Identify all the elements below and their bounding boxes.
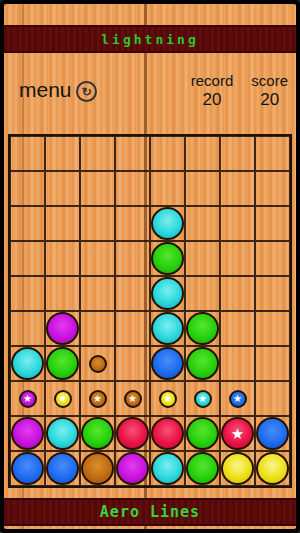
board-cell-r8c4[interactable] xyxy=(150,416,185,451)
board-cell-r5c1[interactable] xyxy=(45,311,80,346)
green-ball[interactable] xyxy=(186,347,219,380)
board-cell-r8c0[interactable] xyxy=(10,416,45,451)
board-cell-r3c4[interactable] xyxy=(150,241,185,276)
board-cell-r5c3[interactable] xyxy=(115,311,150,346)
board-cell-r6c5[interactable] xyxy=(185,346,220,381)
star-icon: ★ xyxy=(23,394,32,404)
cyan-ball-small-star[interactable]: ★ xyxy=(194,390,212,408)
green-ball[interactable] xyxy=(186,312,219,345)
board-cell-r8c5[interactable] xyxy=(185,416,220,451)
restart-icon[interactable]: ↻ xyxy=(76,81,97,102)
board-cell-r5c7[interactable] xyxy=(255,311,290,346)
yellow-ball-small-star[interactable]: ★ xyxy=(54,390,72,408)
board-cell-r6c0[interactable] xyxy=(10,346,45,381)
yellow-ball-small-star[interactable]: ★ xyxy=(159,390,177,408)
green-ball[interactable] xyxy=(186,417,219,450)
star-icon: ★ xyxy=(163,394,172,404)
green-ball[interactable] xyxy=(46,347,79,380)
board-cell-r7c5[interactable]: ★ xyxy=(185,381,220,416)
magenta-ball-small-star[interactable]: ★ xyxy=(19,390,37,408)
board-cell-r0c0[interactable] xyxy=(10,136,45,171)
board-cell-r1c5[interactable] xyxy=(185,171,220,206)
board-cell-r1c2[interactable] xyxy=(80,171,115,206)
board-cell-r8c1[interactable] xyxy=(45,416,80,451)
board-cell-r4c5[interactable] xyxy=(185,276,220,311)
star-icon: ★ xyxy=(198,394,207,404)
cyan-ball[interactable] xyxy=(151,277,184,310)
board-cell-r6c6[interactable] xyxy=(220,346,255,381)
board-cell-r8c7[interactable] xyxy=(255,416,290,451)
board-cell-r4c1[interactable] xyxy=(45,276,80,311)
cyan-ball[interactable] xyxy=(151,452,184,485)
board-cell-r4c7[interactable] xyxy=(255,276,290,311)
board-cell-r7c0[interactable]: ★ xyxy=(10,381,45,416)
board-cell-r3c5[interactable] xyxy=(185,241,220,276)
board-cell-r2c6[interactable] xyxy=(220,206,255,241)
board-cell-r5c2[interactable] xyxy=(80,311,115,346)
board-cell-r7c7[interactable] xyxy=(255,381,290,416)
board-cell-r7c1[interactable]: ★ xyxy=(45,381,80,416)
board-cell-r1c1[interactable] xyxy=(45,171,80,206)
board-cell-r5c6[interactable] xyxy=(220,311,255,346)
board-cell-r6c2[interactable] xyxy=(80,346,115,381)
green-ball[interactable] xyxy=(81,417,114,450)
board-cell-r7c3[interactable]: ★ xyxy=(115,381,150,416)
board-cell-r4c3[interactable] xyxy=(115,276,150,311)
yellow-ball[interactable] xyxy=(256,452,289,485)
board-cell-r2c7[interactable] xyxy=(255,206,290,241)
board-cell-r9c3[interactable] xyxy=(115,451,150,486)
magenta-ball[interactable] xyxy=(116,452,149,485)
board-cell-r3c3[interactable] xyxy=(115,241,150,276)
board-cell-r3c6[interactable] xyxy=(220,241,255,276)
yellow-ball[interactable] xyxy=(221,452,254,485)
board-cell-r9c6[interactable] xyxy=(220,451,255,486)
orange-ball-small-star[interactable]: ★ xyxy=(89,390,107,408)
star-icon: ★ xyxy=(231,426,244,441)
star-icon: ★ xyxy=(128,394,137,404)
board-cell-r6c4[interactable] xyxy=(150,346,185,381)
magenta-ball[interactable] xyxy=(46,312,79,345)
board-cell-r0c6[interactable] xyxy=(220,136,255,171)
magenta-ball[interactable] xyxy=(11,417,44,450)
record-value: 20 xyxy=(203,90,222,110)
board-cell-r1c4[interactable] xyxy=(150,171,185,206)
board-cell-r5c5[interactable] xyxy=(185,311,220,346)
board-cell-r2c4[interactable] xyxy=(150,206,185,241)
board-cell-r9c7[interactable] xyxy=(255,451,290,486)
cyan-ball[interactable] xyxy=(11,347,44,380)
board-cell-r2c0[interactable] xyxy=(10,206,45,241)
record-stat: record 20 xyxy=(191,72,234,110)
star-icon: ★ xyxy=(233,394,242,404)
game-screen: lightning menu ↻ record 20 score 20 ★★★★… xyxy=(4,4,296,529)
board-cell-r8c3[interactable] xyxy=(115,416,150,451)
green-ball[interactable] xyxy=(151,242,184,275)
board-cell-r5c0[interactable] xyxy=(10,311,45,346)
board: ★★★★★★★★ xyxy=(8,134,292,488)
red-ball[interactable] xyxy=(151,417,184,450)
board-cell-r6c7[interactable] xyxy=(255,346,290,381)
board-cell-r9c2[interactable] xyxy=(80,451,115,486)
board-cell-r2c5[interactable] xyxy=(185,206,220,241)
cyan-ball[interactable] xyxy=(46,417,79,450)
score-stat: score 20 xyxy=(251,72,288,110)
orange-ball-small[interactable] xyxy=(89,355,107,373)
mode-title: lightning xyxy=(101,32,198,47)
board-cell-r1c7[interactable] xyxy=(255,171,290,206)
score-panel: record 20 score 20 xyxy=(191,72,288,110)
board-cell-r9c0[interactable] xyxy=(10,451,45,486)
star-icon: ★ xyxy=(93,394,102,404)
board-cell-r1c3[interactable] xyxy=(115,171,150,206)
blue-ball[interactable] xyxy=(11,452,44,485)
app-title: Aero Lines xyxy=(100,503,200,521)
orange-ball[interactable] xyxy=(81,452,114,485)
board-cell-r1c0[interactable] xyxy=(10,171,45,206)
board-cell-r6c3[interactable] xyxy=(115,346,150,381)
blue-ball[interactable] xyxy=(151,347,184,380)
board-cell-r9c4[interactable] xyxy=(150,451,185,486)
red-ball[interactable] xyxy=(116,417,149,450)
orange-ball-small-star[interactable]: ★ xyxy=(124,390,142,408)
blue-ball[interactable] xyxy=(256,417,289,450)
board-cell-r0c2[interactable] xyxy=(80,136,115,171)
board-cell-r3c0[interactable] xyxy=(10,241,45,276)
board-cell-r7c2[interactable]: ★ xyxy=(80,381,115,416)
board-cell-r9c1[interactable] xyxy=(45,451,80,486)
board-cell-r5c4[interactable] xyxy=(150,311,185,346)
star-icon: ★ xyxy=(58,394,67,404)
board-cell-r4c0[interactable] xyxy=(10,276,45,311)
board-cell-r2c2[interactable] xyxy=(80,206,115,241)
board-cell-r4c2[interactable] xyxy=(80,276,115,311)
score-label: score xyxy=(251,72,288,89)
board-cell-r8c6[interactable]: ★ xyxy=(220,416,255,451)
menu-button[interactable]: menu xyxy=(19,78,72,102)
blue-ball[interactable] xyxy=(46,452,79,485)
board-cell-r1c6[interactable] xyxy=(220,171,255,206)
board-cell-r6c1[interactable] xyxy=(45,346,80,381)
mode-title-bar: lightning xyxy=(4,25,296,53)
board-cell-r0c3[interactable] xyxy=(115,136,150,171)
board-cell-r9c5[interactable] xyxy=(185,451,220,486)
score-value: 20 xyxy=(260,90,279,110)
board-cell-r0c4[interactable] xyxy=(150,136,185,171)
board-cell-r4c4[interactable] xyxy=(150,276,185,311)
app-title-bar: Aero Lines xyxy=(4,498,296,526)
phone-screenshot-frame: lightning menu ↻ record 20 score 20 ★★★★… xyxy=(0,0,300,533)
board-cell-r3c7[interactable] xyxy=(255,241,290,276)
board-cell-r3c1[interactable] xyxy=(45,241,80,276)
board-cell-r0c1[interactable] xyxy=(45,136,80,171)
cyan-ball[interactable] xyxy=(151,207,184,240)
board-cell-r2c1[interactable] xyxy=(45,206,80,241)
blue-ball-small-star[interactable]: ★ xyxy=(229,390,247,408)
board-cell-r0c7[interactable] xyxy=(255,136,290,171)
board-cell-r4c6[interactable] xyxy=(220,276,255,311)
board-cell-r2c3[interactable] xyxy=(115,206,150,241)
record-label: record xyxy=(191,72,234,89)
red-ball-star[interactable]: ★ xyxy=(221,417,254,450)
cyan-ball[interactable] xyxy=(151,312,184,345)
board-cell-r7c6[interactable]: ★ xyxy=(220,381,255,416)
board-cell-r7c4[interactable]: ★ xyxy=(150,381,185,416)
board-cell-r0c5[interactable] xyxy=(185,136,220,171)
board-cell-r8c2[interactable] xyxy=(80,416,115,451)
board-cell-r3c2[interactable] xyxy=(80,241,115,276)
green-ball[interactable] xyxy=(186,452,219,485)
